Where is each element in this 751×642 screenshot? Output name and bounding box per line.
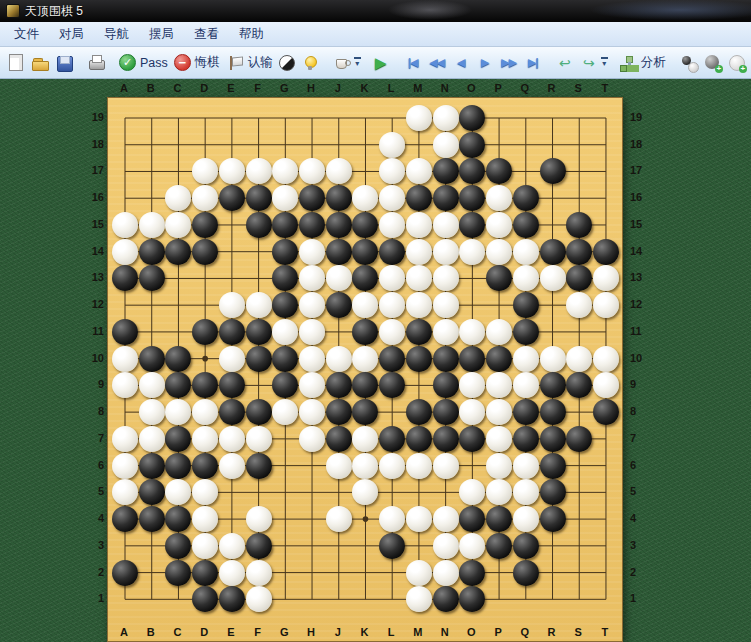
white-stone-M2 (406, 560, 432, 586)
coord-left-19: 19 (84, 111, 104, 123)
white-stone-M14 (406, 239, 432, 265)
black-stone-O18 (459, 132, 485, 158)
black-stone-D2 (192, 560, 218, 586)
stone-toggle-icon (279, 55, 295, 71)
white-stone-K6 (352, 453, 378, 479)
white-stone-P6 (486, 453, 512, 479)
variation-forward-icon: ↪ (580, 54, 598, 72)
coord-top-T: T (596, 82, 614, 94)
black-stone-J16 (326, 185, 352, 211)
menu-item-view[interactable]: 查看 (184, 23, 229, 46)
black-stone-R4 (540, 506, 566, 532)
stone-color-button[interactable] (276, 50, 298, 76)
new-game-button[interactable] (4, 50, 28, 76)
coord-left-14: 14 (84, 245, 104, 257)
black-stone-K14 (352, 239, 378, 265)
print-button[interactable] (84, 50, 108, 76)
coord-left-2: 2 (84, 566, 104, 578)
new-document-icon (7, 54, 25, 72)
app-icon (6, 4, 20, 18)
coord-left-11: 11 (84, 325, 104, 337)
coord-top-H: H (302, 82, 320, 94)
white-stone-P11 (486, 319, 512, 345)
hint-bulb-icon (301, 54, 319, 72)
next-move-button[interactable]: ▶ (473, 50, 497, 76)
white-stone-J10 (326, 346, 352, 372)
coord-bottom-F: F (249, 626, 267, 638)
white-stone-A15 (112, 212, 138, 238)
coord-top-M: M (409, 82, 427, 94)
coord-left-17: 17 (84, 164, 104, 176)
black-stone-P3 (486, 533, 512, 559)
white-stone-Q14 (513, 239, 539, 265)
coord-bottom-A: A (115, 626, 133, 638)
black-stone-Q11 (513, 319, 539, 345)
white-stone-F2 (246, 560, 272, 586)
undo-button[interactable]: −悔棋 (171, 50, 223, 76)
stones-pair-icon (680, 54, 698, 72)
white-stone-N3 (433, 533, 459, 559)
coord-left-1: 1 (84, 592, 104, 604)
white-stone-M6 (406, 453, 432, 479)
black-stone-B6 (139, 453, 165, 479)
black-stone-R14 (540, 239, 566, 265)
black-stone-Q7 (513, 426, 539, 452)
coord-right-6: 6 (630, 459, 650, 471)
coord-right-13: 13 (630, 271, 650, 283)
black-stone-L10 (379, 346, 405, 372)
black-stone-C14 (165, 239, 191, 265)
coord-right-1: 1 (630, 592, 650, 604)
black-stone-A2 (112, 560, 138, 586)
white-stone-A6 (112, 453, 138, 479)
white-stone-N6 (433, 453, 459, 479)
black-stone-R9 (540, 372, 566, 398)
black-stone-O2 (459, 560, 485, 586)
think-button[interactable] (330, 50, 354, 76)
black-stone-G14 (272, 239, 298, 265)
black-stone-Q16 (513, 185, 539, 211)
coord-bottom-B: B (142, 626, 160, 638)
coord-left-6: 6 (84, 459, 104, 471)
white-stone-O3 (459, 533, 485, 559)
white-stone-H10 (299, 346, 325, 372)
white-stone-F1 (246, 586, 272, 612)
previous-move-button[interactable]: ◀ (449, 50, 473, 76)
coord-right-19: 19 (630, 111, 650, 123)
coord-left-16: 16 (84, 191, 104, 203)
pass-button[interactable]: ✓Pass (116, 50, 171, 76)
coord-left-15: 15 (84, 218, 104, 230)
coord-top-B: B (142, 82, 160, 94)
coord-right-18: 18 (630, 138, 650, 150)
black-stone-J8 (326, 399, 352, 425)
white-stone-Q6 (513, 453, 539, 479)
analyze-button-label: 分析 (641, 54, 666, 71)
coord-right-16: 16 (630, 191, 650, 203)
black-stone-C6 (165, 453, 191, 479)
undo-button-label: 悔棋 (195, 54, 220, 71)
black-stone-D11 (192, 319, 218, 345)
go-board[interactable] (107, 97, 623, 642)
white-stone-H11 (299, 319, 325, 345)
menu-item-setup[interactable]: 摆局 (139, 23, 184, 46)
black-stone-C2 (165, 560, 191, 586)
black-stone-F11 (246, 319, 272, 345)
coord-left-12: 12 (84, 298, 104, 310)
add-black-stone-button[interactable] (701, 50, 725, 76)
white-stone-E7 (219, 426, 245, 452)
chevron-down-icon[interactable]: ▾ (354, 54, 361, 72)
play-icon: ▶ (372, 54, 390, 72)
black-stone-N10 (433, 346, 459, 372)
black-stone-B13 (139, 265, 165, 291)
white-stone-L6 (379, 453, 405, 479)
coord-right-5: 5 (630, 485, 650, 497)
coord-bottom-P: P (489, 626, 507, 638)
white-stone-N14 (433, 239, 459, 265)
white-stone-A10 (112, 346, 138, 372)
white-stone-H14 (299, 239, 325, 265)
white-stone-E6 (219, 453, 245, 479)
coord-top-G: G (275, 82, 293, 94)
window-title: 天顶围棋 5 (25, 3, 83, 20)
white-stone-F7 (246, 426, 272, 452)
nav-fastforward-icon: ▶▶ (500, 54, 518, 72)
coord-left-13: 13 (84, 271, 104, 283)
black-stone-J9 (326, 372, 352, 398)
black-stone-Q8 (513, 399, 539, 425)
black-stone-N1 (433, 586, 459, 612)
nav-last-icon: ▶| (524, 54, 542, 72)
chevron-down-icon[interactable]: ▾ (601, 54, 608, 72)
coord-left-3: 3 (84, 539, 104, 551)
coord-bottom-G: G (275, 626, 293, 638)
play-area: AABBCCDDEEFFGGHHJJKKLLMMNNOOPPQQRRSSTT19… (0, 79, 751, 642)
coord-left-18: 18 (84, 138, 104, 150)
black-stone-D6 (192, 453, 218, 479)
fast-forward-button[interactable]: ▶▶ (497, 50, 521, 76)
black-stone-F16 (246, 185, 272, 211)
black-stone-F8 (246, 399, 272, 425)
coord-top-R: R (543, 82, 561, 94)
coord-bottom-J: J (329, 626, 347, 638)
black-stone-S15 (566, 212, 592, 238)
menu-bar: 文件对局导航摆局查看帮助 (0, 22, 751, 47)
white-stone-B9 (139, 372, 165, 398)
black-stone-N8 (433, 399, 459, 425)
white-stone-N11 (433, 319, 459, 345)
black-stone-G10 (272, 346, 298, 372)
white-stone-R10 (540, 346, 566, 372)
resign-button[interactable]: 认输 (223, 50, 276, 76)
white-stone-T10 (593, 346, 619, 372)
black-stone-B5 (139, 479, 165, 505)
white-stone-D3 (192, 533, 218, 559)
white-stone-H7 (299, 426, 325, 452)
black-stone-D15 (192, 212, 218, 238)
black-stone-J12 (326, 292, 352, 318)
coord-right-11: 11 (630, 325, 650, 337)
white-stone-L11 (379, 319, 405, 345)
white-stone-K10 (352, 346, 378, 372)
coord-right-14: 14 (630, 245, 650, 257)
black-stone-T8 (593, 399, 619, 425)
pass-icon: ✓ (119, 54, 136, 71)
black-stone-Q2 (513, 560, 539, 586)
coord-right-17: 17 (630, 164, 650, 176)
coord-bottom-M: M (409, 626, 427, 638)
menu-item-file[interactable]: 文件 (4, 23, 49, 46)
coord-bottom-R: R (543, 626, 561, 638)
white-stone-Q5 (513, 479, 539, 505)
coord-bottom-N: N (436, 626, 454, 638)
black-stone-E16 (219, 185, 245, 211)
previous-variation-button[interactable]: ↩ (553, 50, 577, 76)
open-folder-icon (31, 54, 49, 72)
white-stone-Q4 (513, 506, 539, 532)
go-first-move-button[interactable]: |◀ (401, 50, 425, 76)
coord-bottom-D: D (195, 626, 213, 638)
black-stone-N16 (433, 185, 459, 211)
menu-item-help[interactable]: 帮助 (229, 23, 274, 46)
coord-top-S: S (569, 82, 587, 94)
white-stone-D7 (192, 426, 218, 452)
black-stone-R8 (540, 399, 566, 425)
black-stone-S14 (566, 239, 592, 265)
analyze-button[interactable]: 分析 (616, 50, 669, 76)
nav-rewind-icon: ◀◀ (428, 54, 446, 72)
coord-bottom-O: O (462, 626, 480, 638)
black-stone-E1 (219, 586, 245, 612)
white-stone-N19 (433, 105, 459, 131)
coord-right-15: 15 (630, 218, 650, 230)
white-stone-F12 (246, 292, 272, 318)
black-stone-C10 (165, 346, 191, 372)
undo-icon: − (174, 54, 191, 71)
black-stone-R6 (540, 453, 566, 479)
open-file-button[interactable] (28, 50, 52, 76)
coord-bottom-L: L (382, 626, 400, 638)
coord-left-7: 7 (84, 432, 104, 444)
coord-left-9: 9 (84, 378, 104, 390)
white-stone-J6 (326, 453, 352, 479)
white-stone-M4 (406, 506, 432, 532)
coord-top-C: C (168, 82, 186, 94)
coord-right-2: 2 (630, 566, 650, 578)
coord-bottom-K: K (355, 626, 373, 638)
white-stone-L15 (379, 212, 405, 238)
white-stone-T12 (593, 292, 619, 318)
white-stone-M12 (406, 292, 432, 318)
white-stone-M19 (406, 105, 432, 131)
coord-top-O: O (462, 82, 480, 94)
play-button[interactable]: ▶ (369, 50, 393, 76)
black-stone-F10 (246, 346, 272, 372)
edit-stones-button[interactable] (677, 50, 701, 76)
add-white-icon (728, 54, 746, 72)
black-stone-J7 (326, 426, 352, 452)
black-stone-M8 (406, 399, 432, 425)
black-stone-T14 (593, 239, 619, 265)
white-stone-A14 (112, 239, 138, 265)
black-stone-P10 (486, 346, 512, 372)
white-stone-F4 (246, 506, 272, 532)
coord-left-4: 4 (84, 512, 104, 524)
white-stone-J4 (326, 506, 352, 532)
white-stone-B8 (139, 399, 165, 425)
coord-top-E: E (222, 82, 240, 94)
resign-button-label: 认输 (248, 54, 273, 71)
save-file-button[interactable] (52, 50, 76, 76)
coord-bottom-Q: Q (516, 626, 534, 638)
black-stone-F3 (246, 533, 272, 559)
coord-right-12: 12 (630, 298, 650, 310)
black-stone-N7 (433, 426, 459, 452)
black-stone-E8 (219, 399, 245, 425)
coord-top-D: D (195, 82, 213, 94)
black-stone-N17 (433, 158, 459, 184)
black-stone-R17 (540, 158, 566, 184)
toolbar: ✓Pass−悔棋认输▾▶|◀◀◀◀▶▶▶▶|↩↪▾分析 (0, 47, 751, 79)
coord-left-8: 8 (84, 405, 104, 417)
white-stone-A7 (112, 426, 138, 452)
black-stone-B4 (139, 506, 165, 532)
black-stone-B10 (139, 346, 165, 372)
nav-first-icon: |◀ (404, 54, 422, 72)
black-stone-M16 (406, 185, 432, 211)
coord-top-Q: Q (516, 82, 534, 94)
print-icon (87, 54, 105, 72)
black-stone-F15 (246, 212, 272, 238)
white-stone-N2 (433, 560, 459, 586)
coord-top-J: J (329, 82, 347, 94)
black-stone-R7 (540, 426, 566, 452)
coord-top-P: P (489, 82, 507, 94)
coord-top-N: N (436, 82, 454, 94)
save-icon (55, 54, 73, 72)
black-stone-J15 (326, 212, 352, 238)
black-stone-M11 (406, 319, 432, 345)
title-bar: 天顶围棋 5 (0, 0, 751, 22)
pass-button-label: Pass (140, 56, 168, 70)
black-stone-N9 (433, 372, 459, 398)
coord-top-F: F (249, 82, 267, 94)
black-stone-Q3 (513, 533, 539, 559)
white-stone-N13 (433, 265, 459, 291)
black-stone-M10 (406, 346, 432, 372)
white-stone-P14 (486, 239, 512, 265)
white-stone-E3 (219, 533, 245, 559)
coord-right-4: 4 (630, 512, 650, 524)
coord-right-7: 7 (630, 432, 650, 444)
black-stone-M7 (406, 426, 432, 452)
coffee-cup-icon (333, 54, 351, 72)
black-stone-S7 (566, 426, 592, 452)
coord-right-9: 9 (630, 378, 650, 390)
app-window: 天顶围棋 5 文件对局导航摆局查看帮助 ✓Pass−悔棋认输▾▶|◀◀◀◀▶▶▶… (0, 0, 751, 642)
white-stone-E10 (219, 346, 245, 372)
coord-bottom-T: T (596, 626, 614, 638)
white-stone-O14 (459, 239, 485, 265)
coord-bottom-C: C (168, 626, 186, 638)
white-stone-F17 (246, 158, 272, 184)
black-stone-A11 (112, 319, 138, 345)
black-stone-F6 (246, 453, 272, 479)
black-stone-Q15 (513, 212, 539, 238)
add-black-icon (704, 54, 722, 72)
nav-back-icon: ◀ (452, 54, 470, 72)
white-stone-B15 (139, 212, 165, 238)
coord-left-10: 10 (84, 352, 104, 364)
white-stone-R13 (540, 265, 566, 291)
menu-item-navigate[interactable]: 导航 (94, 23, 139, 46)
black-stone-J14 (326, 239, 352, 265)
white-stone-P7 (486, 426, 512, 452)
white-stone-M15 (406, 212, 432, 238)
menu-item-game[interactable]: 对局 (49, 23, 94, 46)
coord-left-5: 5 (84, 485, 104, 497)
black-stone-O10 (459, 346, 485, 372)
white-stone-H8 (299, 399, 325, 425)
white-stone-P15 (486, 212, 512, 238)
white-stone-S10 (566, 346, 592, 372)
black-stone-L7 (379, 426, 405, 452)
nav-forward-icon: ▶ (476, 54, 494, 72)
white-stone-N12 (433, 292, 459, 318)
white-stone-E2 (219, 560, 245, 586)
rewind-button[interactable]: ◀◀ (425, 50, 449, 76)
white-stone-L18 (379, 132, 405, 158)
go-last-move-button[interactable]: ▶| (521, 50, 545, 76)
black-stone-L14 (379, 239, 405, 265)
resign-icon (226, 54, 244, 72)
white-stone-N18 (433, 132, 459, 158)
white-stone-B7 (139, 426, 165, 452)
white-stone-E12 (219, 292, 245, 318)
coord-top-L: L (382, 82, 400, 94)
white-stone-N15 (433, 212, 459, 238)
black-stone-R5 (540, 479, 566, 505)
white-stone-N4 (433, 506, 459, 532)
black-stone-B14 (139, 239, 165, 265)
hint-button[interactable] (298, 50, 322, 76)
add-white-stone-button[interactable] (725, 50, 749, 76)
black-stone-P4 (486, 506, 512, 532)
black-stone-H15 (299, 212, 325, 238)
coord-top-K: K (355, 82, 373, 94)
next-variation-button[interactable]: ↪ (577, 50, 601, 76)
coord-bottom-S: S (569, 626, 587, 638)
black-stone-E11 (219, 319, 245, 345)
analyze-tree-icon (619, 54, 637, 72)
white-stone-Q10 (513, 346, 539, 372)
coord-right-10: 10 (630, 352, 650, 364)
black-stone-D14 (192, 239, 218, 265)
variation-back-icon: ↩ (556, 54, 574, 72)
coord-right-3: 3 (630, 539, 650, 551)
coord-bottom-H: H (302, 626, 320, 638)
coord-bottom-E: E (222, 626, 240, 638)
coord-right-8: 8 (630, 405, 650, 417)
black-stone-A4 (112, 506, 138, 532)
black-stone-Q12 (513, 292, 539, 318)
coord-top-A: A (115, 82, 133, 94)
black-stone-L3 (379, 533, 405, 559)
white-stone-Q9 (513, 372, 539, 398)
